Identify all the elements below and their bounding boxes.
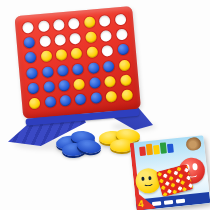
empty-hole: [22, 22, 34, 34]
logo-block-orange: [146, 144, 153, 156]
empty-hole: [39, 36, 51, 48]
board-grid: [20, 11, 136, 111]
blue-disc: [42, 66, 54, 78]
box-logo: [139, 142, 174, 156]
box-band-text-block: [164, 199, 173, 204]
yellow-disc: [74, 78, 86, 90]
board-cell-r5c2: [40, 79, 57, 95]
box-monkey-art: [185, 137, 201, 151]
yellow-disc: [118, 59, 130, 71]
board-cell-r4c2: [39, 64, 56, 80]
box-corner-badge-text: 4: [136, 199, 145, 210]
blue-disc: [58, 80, 70, 92]
board-cell-r1c6: [97, 13, 114, 29]
empty-hole: [116, 29, 128, 41]
yellow-disc: [29, 97, 41, 109]
logo-block-green: [160, 142, 167, 154]
board-cell-r4c3: [55, 62, 72, 78]
blue-disc: [88, 62, 100, 74]
board-cell-r3c2: [38, 48, 55, 64]
character-smile: [142, 177, 154, 187]
board-cell-r2c1: [21, 35, 38, 51]
board-cell-r6c6: [103, 88, 120, 104]
board-cell-r6c1: [26, 95, 43, 111]
board-cell-r1c5: [81, 14, 98, 30]
board-cell-r2c3: [52, 32, 69, 48]
board-cell-r2c6: [98, 28, 115, 44]
board-cell-r6c2: [42, 94, 59, 110]
empty-hole: [38, 20, 50, 32]
yellow-disc: [121, 89, 133, 101]
board-cell-r5c5: [87, 75, 104, 91]
yellow-disc: [120, 74, 132, 86]
blue-disc: [24, 37, 36, 49]
blue-disc: [90, 92, 102, 104]
board-cell-r4c1: [24, 65, 41, 81]
board-cell-r6c4: [73, 91, 90, 107]
board-cell-r3c4: [69, 46, 86, 62]
board-cell-r2c5: [83, 29, 100, 45]
board-cell-r4c6: [101, 58, 118, 74]
blue-disc: [103, 60, 115, 72]
blue-disc: [44, 96, 56, 108]
logo-block-red: [139, 146, 146, 156]
box-mini-grid: [156, 164, 194, 197]
empty-hole: [102, 45, 114, 57]
board-cell-r2c7: [113, 27, 130, 43]
logo-block-yellow: [153, 145, 160, 155]
yellow-disc: [71, 48, 83, 60]
board-cell-r5c6: [102, 73, 119, 89]
board-cell-r1c1: [20, 20, 37, 36]
board-cell-r2c4: [67, 31, 84, 47]
blue-disc: [57, 64, 69, 76]
blue-disc: [117, 44, 129, 56]
blue-disc: [72, 63, 84, 75]
board-cell-r4c5: [85, 60, 102, 76]
empty-hole: [68, 18, 80, 30]
board-cell-r1c7: [112, 11, 129, 27]
board-cell-r2c2: [37, 33, 54, 49]
logo-block-blue: [167, 144, 174, 154]
empty-hole: [53, 19, 65, 31]
yellow-disc: [84, 16, 96, 28]
box-front-art: 4: [130, 135, 210, 210]
yellow-disc: [85, 32, 97, 44]
blue-disc: [75, 93, 87, 105]
board-cell-r5c3: [56, 77, 73, 93]
yellow-disc: [106, 91, 118, 103]
yellow-disc: [104, 76, 116, 88]
board-cell-r4c7: [116, 57, 133, 73]
board-cell-r1c2: [35, 18, 52, 34]
board-cell-r5c1: [25, 80, 42, 96]
board-cell-r3c3: [53, 47, 70, 63]
yellow-disc: [56, 49, 68, 61]
yellow-disc: [40, 51, 52, 63]
board-cell-r3c6: [99, 43, 116, 59]
board-cell-r3c7: [115, 42, 132, 58]
blue-disc: [28, 82, 40, 94]
board-cell-r5c7: [117, 72, 134, 88]
board-cell-r6c3: [57, 92, 74, 108]
empty-hole: [114, 14, 126, 26]
empty-hole: [70, 33, 82, 45]
board-cell-r6c7: [119, 87, 136, 103]
box-band-text-block: [176, 198, 185, 203]
empty-hole: [54, 34, 66, 46]
box-band-text-block: [152, 201, 161, 206]
game-box-inset: 4: [130, 135, 210, 210]
board-cell-r3c1: [22, 50, 39, 66]
blue-disc: [89, 77, 101, 89]
empty-hole: [100, 30, 112, 42]
board-cell-r6c5: [88, 90, 105, 106]
yellow-disc: [86, 47, 98, 59]
board-cell-r1c3: [51, 17, 68, 33]
board-cell-r1c4: [66, 16, 83, 32]
empty-hole: [99, 15, 111, 27]
blue-disc: [25, 52, 37, 64]
blue-disc: [26, 67, 38, 79]
blue-disc: [43, 81, 55, 93]
board-frame: [14, 6, 141, 119]
product-photo: 4: [0, 0, 210, 210]
connect-four-board: [14, 6, 141, 126]
board-cell-r3c5: [84, 44, 101, 60]
board-cell-r5c4: [71, 76, 88, 92]
blue-disc: [60, 95, 72, 107]
board-cell-r4c4: [70, 61, 87, 77]
